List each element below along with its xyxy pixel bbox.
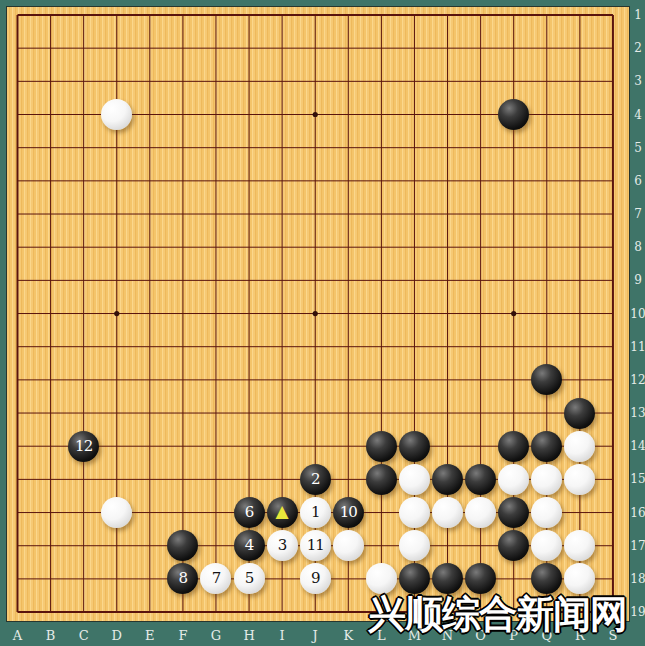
col-label-F: F xyxy=(175,628,191,643)
stone-black-H17: 4 xyxy=(234,530,265,561)
stone-white-J16: 1 xyxy=(300,497,331,528)
col-label-B: B xyxy=(43,628,59,643)
col-label-K: K xyxy=(340,628,356,643)
move-number: 9 xyxy=(311,571,320,586)
row-label-11: 11 xyxy=(630,340,645,354)
stone-black-O15 xyxy=(465,464,496,495)
stone-black-I16: ▲ xyxy=(267,497,298,528)
stone-white-Q15 xyxy=(531,464,562,495)
row-label-17: 17 xyxy=(630,539,645,553)
row-label-6: 6 xyxy=(630,174,645,188)
row-label-18: 18 xyxy=(630,572,645,586)
stone-black-P4 xyxy=(498,99,529,130)
move-number: 5 xyxy=(245,571,254,586)
stone-black-C14: 12 xyxy=(68,431,99,462)
move-number: 12 xyxy=(75,439,92,454)
row-label-13: 13 xyxy=(630,406,645,420)
col-label-A: A xyxy=(10,628,26,643)
stone-black-L14 xyxy=(366,431,397,462)
row-label-1: 1 xyxy=(630,8,645,22)
triangle-marker-icon: ▲ xyxy=(276,503,289,520)
stone-black-L15 xyxy=(366,464,397,495)
watermark-text: 兴顺综合新闻网 xyxy=(368,589,638,640)
row-label-4: 4 xyxy=(630,108,645,122)
row-label-8: 8 xyxy=(630,240,645,254)
col-label-G: G xyxy=(208,628,224,643)
row-label-9: 9 xyxy=(630,273,645,287)
stone-white-M16 xyxy=(399,497,430,528)
move-number: 8 xyxy=(179,571,188,586)
move-number: 10 xyxy=(340,505,357,520)
stone-black-R13 xyxy=(564,398,595,429)
stone-black-P14 xyxy=(498,431,529,462)
move-number: 11 xyxy=(307,538,324,553)
stone-black-H16: 6 xyxy=(234,497,265,528)
stone-white-M17 xyxy=(399,530,430,561)
row-label-2: 2 xyxy=(630,41,645,55)
go-kifu-viewer: 1226▲11043118759 ABCDEFGHIJKLMNOPQRS 123… xyxy=(0,0,645,646)
stone-white-I17: 3 xyxy=(267,530,298,561)
stone-black-N15 xyxy=(432,464,463,495)
move-number: 7 xyxy=(212,571,221,586)
move-number: 2 xyxy=(311,472,320,487)
stone-black-J15: 2 xyxy=(300,464,331,495)
stone-white-J18: 9 xyxy=(300,563,331,594)
stone-white-P15 xyxy=(498,464,529,495)
row-label-10: 10 xyxy=(630,307,645,321)
row-label-3: 3 xyxy=(630,74,645,88)
row-label-14: 14 xyxy=(630,439,645,453)
move-number: 6 xyxy=(245,505,254,520)
col-label-I: I xyxy=(274,628,290,643)
stone-white-N16 xyxy=(432,497,463,528)
stone-white-K17 xyxy=(333,530,364,561)
col-label-C: C xyxy=(76,628,92,643)
row-label-16: 16 xyxy=(630,506,645,520)
row-label-15: 15 xyxy=(630,472,645,486)
stone-white-H18: 5 xyxy=(234,563,265,594)
stone-white-M15 xyxy=(399,464,430,495)
move-number: 3 xyxy=(278,538,287,553)
stone-white-O16 xyxy=(465,497,496,528)
stone-black-Q14 xyxy=(531,431,562,462)
move-number: 1 xyxy=(311,505,320,520)
col-label-H: H xyxy=(241,628,257,643)
row-label-12: 12 xyxy=(630,373,645,387)
stone-black-K16: 10 xyxy=(333,497,364,528)
move-number: 4 xyxy=(245,538,254,553)
stone-white-R14 xyxy=(564,431,595,462)
row-label-5: 5 xyxy=(630,141,645,155)
col-label-D: D xyxy=(109,628,125,643)
col-label-J: J xyxy=(307,628,323,643)
stone-white-J17: 11 xyxy=(300,530,331,561)
row-label-7: 7 xyxy=(630,207,645,221)
stone-black-M14 xyxy=(399,431,430,462)
col-label-E: E xyxy=(142,628,158,643)
